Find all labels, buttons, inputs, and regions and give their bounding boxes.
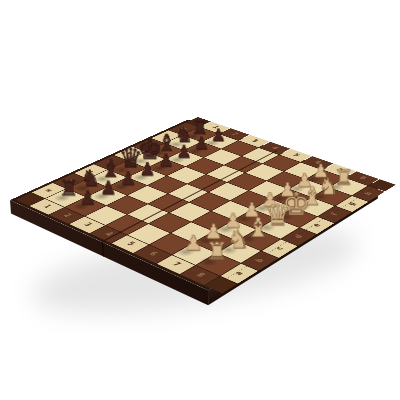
- file-label: f: [145, 143, 152, 146]
- file-label: c: [86, 170, 95, 174]
- rank-label: 8: [358, 176, 367, 180]
- chess-set-photo: abcdefgh1122334455667788abcdefgh ♜♞♝♛♚♝♞…: [0, 0, 400, 400]
- file-label: a: [44, 188, 53, 192]
- file-label: e: [125, 152, 134, 156]
- black-pawn-glyph: ♟: [77, 188, 96, 207]
- hinge-seam-side: [102, 242, 104, 257]
- file-label: h: [180, 127, 189, 130]
- rank-label: 4: [103, 232, 113, 237]
- rank-label: 3: [250, 139, 258, 143]
- rank-label: 7: [335, 168, 344, 172]
- rank-label: 2: [62, 213, 72, 218]
- rank-label: 8: [194, 272, 205, 278]
- scene: abcdefgh1122334455667788abcdefgh ♜♞♝♛♚♝♞…: [0, 0, 400, 400]
- rank-label: 5: [291, 153, 300, 157]
- rank-label: 3: [82, 222, 92, 227]
- chess-board: abcdefgh1122334455667788abcdefgh ♜♞♝♛♚♝♞…: [10, 120, 378, 291]
- white-rook-glyph: ♜: [205, 240, 229, 264]
- file-label: h: [364, 192, 374, 196]
- rank-label: 2: [230, 132, 238, 136]
- file-label: g: [162, 135, 171, 139]
- black-rook-glyph: ♜: [58, 177, 80, 199]
- clasp-latch: [258, 257, 266, 270]
- rank-label: 1: [211, 126, 219, 129]
- rank-label: 5: [125, 241, 135, 246]
- rank-label: 7: [171, 262, 182, 268]
- rank-label: 4: [271, 146, 280, 150]
- rank-label: 6: [313, 161, 322, 165]
- rank-label: 6: [147, 251, 157, 256]
- file-label: d: [106, 160, 115, 164]
- white-pawn-glyph: ♟: [182, 233, 203, 254]
- rank-label: 1: [42, 204, 52, 209]
